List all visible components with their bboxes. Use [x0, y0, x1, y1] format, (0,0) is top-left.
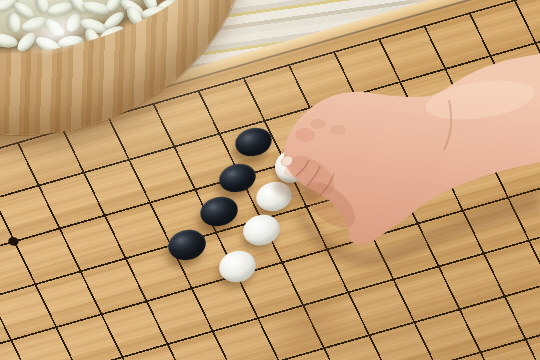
- white-stone: [239, 211, 282, 249]
- white-stone: [215, 246, 258, 285]
- black-stone: [232, 124, 275, 160]
- black-stone: [216, 160, 259, 196]
- black-stone: [165, 226, 209, 264]
- black-stone: [197, 192, 241, 229]
- white-stone-being-placed: [273, 150, 307, 185]
- photo-stage: A child's hand places a white stone on a…: [0, 0, 540, 360]
- white-stone: [253, 178, 295, 215]
